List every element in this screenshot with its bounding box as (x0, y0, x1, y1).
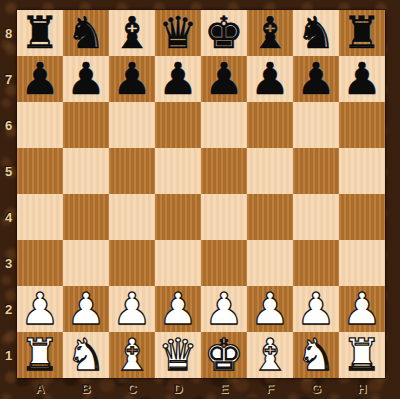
square-c7[interactable]: ♟ (109, 56, 155, 102)
square-c5[interactable] (109, 148, 155, 194)
square-h7[interactable]: ♟ (339, 56, 385, 102)
square-g5[interactable] (293, 148, 339, 194)
black-knight[interactable]: ♞ (66, 10, 105, 56)
square-b4[interactable] (63, 194, 109, 240)
square-d8[interactable]: ♛ (155, 10, 201, 56)
rank-label-1: 1 (0, 332, 17, 378)
square-h1[interactable]: ♜ (339, 332, 385, 378)
white-pawn[interactable]: ♟ (204, 286, 243, 332)
square-g2[interactable]: ♟ (293, 286, 339, 332)
square-e4[interactable] (201, 194, 247, 240)
square-d4[interactable] (155, 194, 201, 240)
square-f4[interactable] (247, 194, 293, 240)
file-label-h: H (339, 378, 385, 399)
rank-label-6: 6 (0, 102, 17, 148)
black-pawn[interactable]: ♟ (296, 56, 335, 102)
black-pawn[interactable]: ♟ (250, 56, 289, 102)
white-pawn[interactable]: ♟ (20, 286, 59, 332)
square-e8[interactable]: ♚ (201, 10, 247, 56)
rank-label-2: 2 (0, 286, 17, 332)
square-d1[interactable]: ♛ (155, 332, 201, 378)
square-f8[interactable]: ♝ (247, 10, 293, 56)
square-e6[interactable] (201, 102, 247, 148)
white-pawn[interactable]: ♟ (342, 286, 381, 332)
white-king[interactable]: ♚ (204, 332, 243, 378)
square-c1[interactable]: ♝ (109, 332, 155, 378)
white-queen[interactable]: ♛ (158, 332, 197, 378)
file-label-b: B (63, 378, 109, 399)
white-bishop[interactable]: ♝ (250, 332, 289, 378)
white-pawn[interactable]: ♟ (296, 286, 335, 332)
black-pawn[interactable]: ♟ (20, 56, 59, 102)
rank-label-8: 8 (0, 10, 17, 56)
black-bishop[interactable]: ♝ (112, 10, 151, 56)
white-rook[interactable]: ♜ (20, 332, 59, 378)
white-knight[interactable]: ♞ (66, 332, 105, 378)
white-pawn[interactable]: ♟ (250, 286, 289, 332)
square-f6[interactable] (247, 102, 293, 148)
black-pawn[interactable]: ♟ (66, 56, 105, 102)
square-a2[interactable]: ♟ (17, 286, 63, 332)
square-a8[interactable]: ♜ (17, 10, 63, 56)
square-a3[interactable] (17, 240, 63, 286)
square-e3[interactable] (201, 240, 247, 286)
square-a5[interactable] (17, 148, 63, 194)
square-h4[interactable] (339, 194, 385, 240)
square-f2[interactable]: ♟ (247, 286, 293, 332)
square-d3[interactable] (155, 240, 201, 286)
file-label-c: C (109, 378, 155, 399)
square-f7[interactable]: ♟ (247, 56, 293, 102)
file-labels: ABCDEFGH (17, 378, 385, 399)
white-pawn[interactable]: ♟ (112, 286, 151, 332)
file-label-e: E (201, 378, 247, 399)
square-e5[interactable] (201, 148, 247, 194)
black-rook[interactable]: ♜ (342, 10, 381, 56)
black-pawn[interactable]: ♟ (112, 56, 151, 102)
square-g8[interactable]: ♞ (293, 10, 339, 56)
square-b6[interactable] (63, 102, 109, 148)
square-h6[interactable] (339, 102, 385, 148)
white-knight[interactable]: ♞ (296, 332, 335, 378)
square-g4[interactable] (293, 194, 339, 240)
square-c8[interactable]: ♝ (109, 10, 155, 56)
chess-board[interactable]: ♜♞♝♛♚♝♞♜♟♟♟♟♟♟♟♟♟♟♟♟♟♟♟♟♜♞♝♛♚♝♞♜ (17, 10, 385, 378)
square-g6[interactable] (293, 102, 339, 148)
black-bishop[interactable]: ♝ (250, 10, 289, 56)
black-rook[interactable]: ♜ (20, 10, 59, 56)
square-h5[interactable] (339, 148, 385, 194)
file-label-d: D (155, 378, 201, 399)
white-pawn[interactable]: ♟ (66, 286, 105, 332)
square-c4[interactable] (109, 194, 155, 240)
square-b8[interactable]: ♞ (63, 10, 109, 56)
square-f3[interactable] (247, 240, 293, 286)
file-label-a: A (17, 378, 63, 399)
square-f5[interactable] (247, 148, 293, 194)
white-pawn[interactable]: ♟ (158, 286, 197, 332)
square-c6[interactable] (109, 102, 155, 148)
black-pawn[interactable]: ♟ (204, 56, 243, 102)
white-rook[interactable]: ♜ (342, 332, 381, 378)
square-c2[interactable]: ♟ (109, 286, 155, 332)
square-b3[interactable] (63, 240, 109, 286)
square-b2[interactable]: ♟ (63, 286, 109, 332)
square-c3[interactable] (109, 240, 155, 286)
square-d6[interactable] (155, 102, 201, 148)
square-b1[interactable]: ♞ (63, 332, 109, 378)
square-a4[interactable] (17, 194, 63, 240)
black-pawn[interactable]: ♟ (342, 56, 381, 102)
black-queen[interactable]: ♛ (158, 10, 197, 56)
square-e2[interactable]: ♟ (201, 286, 247, 332)
square-b5[interactable] (63, 148, 109, 194)
square-a7[interactable]: ♟ (17, 56, 63, 102)
square-e1[interactable]: ♚ (201, 332, 247, 378)
square-d2[interactable]: ♟ (155, 286, 201, 332)
square-g1[interactable]: ♞ (293, 332, 339, 378)
file-label-f: F (247, 378, 293, 399)
rank-label-4: 4 (0, 194, 17, 240)
square-e7[interactable]: ♟ (201, 56, 247, 102)
square-f1[interactable]: ♝ (247, 332, 293, 378)
rank-label-3: 3 (0, 240, 17, 286)
black-king[interactable]: ♚ (204, 10, 243, 56)
rank-label-7: 7 (0, 56, 17, 102)
square-a6[interactable] (17, 102, 63, 148)
black-knight[interactable]: ♞ (296, 10, 335, 56)
square-g3[interactable] (293, 240, 339, 286)
rank-label-5: 5 (0, 148, 17, 194)
square-h3[interactable] (339, 240, 385, 286)
file-label-g: G (293, 378, 339, 399)
white-bishop[interactable]: ♝ (112, 332, 151, 378)
chess-app-window: 87654321 ♜♞♝♛♚♝♞♜♟♟♟♟♟♟♟♟♟♟♟♟♟♟♟♟♜♞♝♛♚♝♞… (0, 0, 400, 399)
square-d7[interactable]: ♟ (155, 56, 201, 102)
black-pawn[interactable]: ♟ (158, 56, 197, 102)
square-g7[interactable]: ♟ (293, 56, 339, 102)
square-h2[interactable]: ♟ (339, 286, 385, 332)
square-h8[interactable]: ♜ (339, 10, 385, 56)
square-a1[interactable]: ♜ (17, 332, 63, 378)
square-b7[interactable]: ♟ (63, 56, 109, 102)
square-d5[interactable] (155, 148, 201, 194)
rank-labels: 87654321 (0, 10, 17, 378)
